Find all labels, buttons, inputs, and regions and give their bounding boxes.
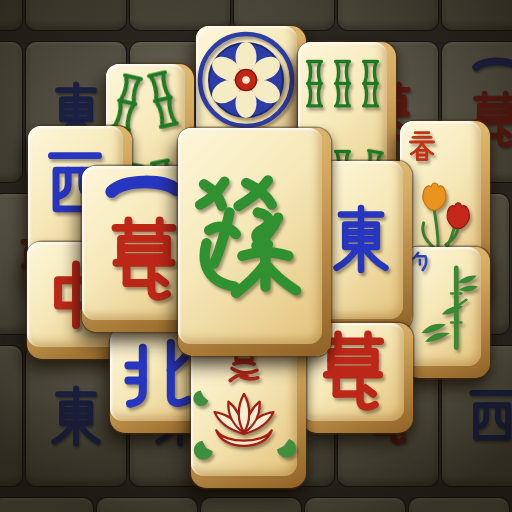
background-tile-dong	[0, 498, 93, 512]
background-tile-wan	[0, 346, 22, 486]
xi-glyph	[460, 0, 512, 6]
chun-glyph	[404, 127, 440, 165]
tile-face-flower-bamboo	[404, 247, 481, 366]
rod-glyph	[330, 52, 355, 116]
xi-glyph	[460, 370, 512, 462]
yi-glyph	[466, 54, 512, 76]
dot1-glyph	[196, 30, 296, 130]
dong-glyph	[44, 0, 108, 6]
tile-green-dragon[interactable]	[178, 128, 331, 356]
tile-flower-lotus[interactable]	[191, 338, 306, 488]
dong-glyph	[44, 370, 108, 462]
background-tile-dong	[97, 498, 197, 512]
wan-glyph	[0, 370, 4, 462]
tile-face-flower-lotus	[191, 338, 297, 476]
dong-glyph	[0, 0, 4, 6]
wan-glyph	[356, 0, 420, 6]
fa-glyph	[186, 136, 314, 340]
tile-face-green-dragon	[178, 128, 322, 344]
rod-glyph	[302, 52, 327, 116]
background-tile-xi	[442, 0, 512, 30]
tile-face-east-wind	[320, 161, 403, 319]
lotus-glyph	[192, 384, 296, 468]
background-tile-bamboo	[305, 498, 405, 512]
wan-glyph	[0, 66, 4, 158]
background-tile-dong	[201, 498, 301, 512]
tile-flower-bamboo[interactable]	[404, 247, 490, 378]
rod-glyph	[358, 52, 383, 116]
dong-glyph	[325, 173, 397, 305]
tile-east-wind[interactable]	[320, 161, 412, 331]
background-tile-bamboo	[409, 498, 509, 512]
background-tile-dong	[26, 0, 126, 30]
background-tile-dong	[0, 0, 22, 30]
background-tile-wan	[338, 0, 438, 30]
mahjong-board	[0, 0, 512, 512]
background-tile-wan	[0, 42, 22, 182]
rod-glyph	[141, 66, 184, 133]
stalk-glyph	[420, 253, 478, 361]
wan-glyph	[98, 204, 190, 316]
